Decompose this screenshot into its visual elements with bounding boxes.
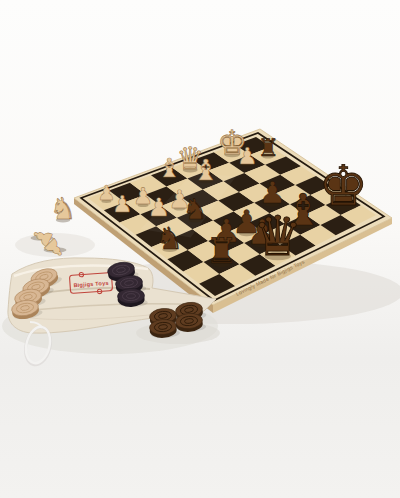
piece-black-K-h2: ♚	[319, 154, 369, 218]
piece-black-N-a4: ♞	[156, 220, 184, 256]
piece-white-P-g7: ♟	[237, 143, 258, 169]
piece-black-Q-d1: ♛	[253, 204, 302, 268]
piece-white-B-e7: ♝	[193, 153, 219, 187]
piece-black-N-c5: ♞	[182, 193, 208, 226]
piece-white-P-a7: ♟	[112, 191, 133, 217]
product-photo-canvas: Lovingly Made for Bigjigs Toys Bigjigs T…	[0, 0, 400, 498]
piece-white-P-b6: ♟	[147, 193, 170, 222]
chess-set-scene: Lovingly Made for Bigjigs Toys Bigjigs T…	[0, 0, 400, 498]
piece-white-B-d8: ♝	[158, 153, 181, 183]
piece-black-R-h7: ♜	[257, 134, 278, 162]
offboard-white-N-1: ♞	[50, 191, 77, 226]
piece-black-R-b2: ♜	[206, 230, 238, 271]
